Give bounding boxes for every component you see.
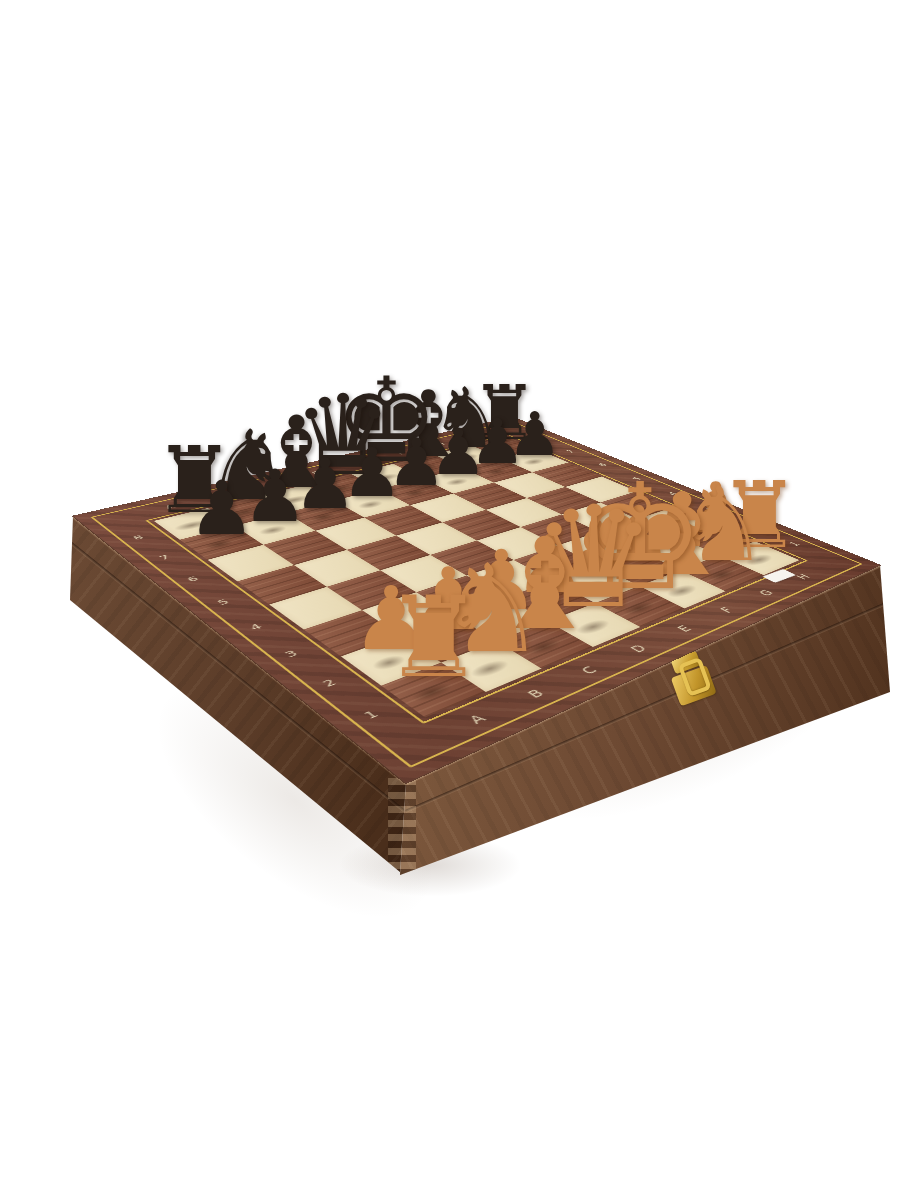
- rank-label-7: 7: [133, 543, 196, 573]
- rank-label-6: 6: [160, 563, 226, 595]
- pawn-glyph: ♟: [188, 472, 255, 547]
- product-photo: ABCDEFGH ABCDEFGH 87654321 87654321 ♜♞♟♝…: [0, 0, 900, 1200]
- rank-label-5: 5: [189, 585, 258, 620]
- rank-label-4: 4: [220, 608, 292, 646]
- rook-glyph: ♜: [383, 581, 484, 693]
- scene: ABCDEFGH ABCDEFGH 87654321 87654321 ♜♞♟♝…: [0, 0, 900, 1200]
